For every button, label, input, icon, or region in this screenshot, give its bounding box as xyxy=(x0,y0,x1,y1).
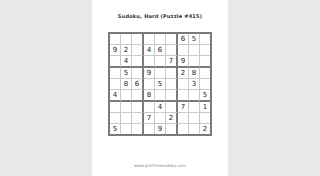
sudoku-cell xyxy=(166,34,178,45)
sudoku-cell xyxy=(189,102,200,113)
sudoku-cell: 9 xyxy=(144,68,155,79)
sudoku-cell: 5 xyxy=(121,68,132,79)
sudoku-board: 6592464795928865348547172592 xyxy=(108,32,212,136)
sudoku-cell xyxy=(121,124,132,134)
sudoku-cell: 8 xyxy=(144,90,155,102)
sudoku-cell xyxy=(200,56,210,68)
sudoku-cell xyxy=(200,113,210,124)
sudoku-cell xyxy=(166,68,178,79)
sudoku-cell xyxy=(144,79,155,90)
sudoku-cell xyxy=(132,90,144,102)
sudoku-cell: 1 xyxy=(200,102,210,113)
footer-url: www.printfreesudoku.com xyxy=(92,163,228,168)
sudoku-cell xyxy=(189,90,200,102)
sudoku-cell: 5 xyxy=(155,79,166,90)
sudoku-cell: 9 xyxy=(110,45,121,56)
sudoku-cell: 4 xyxy=(144,45,155,56)
sudoku-cell xyxy=(155,34,166,45)
sudoku-cell xyxy=(155,68,166,79)
sudoku-cell: 8 xyxy=(189,68,200,79)
sudoku-cell xyxy=(166,45,178,56)
sudoku-cell xyxy=(132,102,144,113)
puzzle-title: Sudoku, Hard (Puzzle #415) xyxy=(92,13,228,19)
sudoku-cell xyxy=(110,113,121,124)
sudoku-cell: 5 xyxy=(189,34,200,45)
sudoku-cell xyxy=(178,124,189,134)
sudoku-cell xyxy=(189,56,200,68)
sudoku-cell xyxy=(155,56,166,68)
sudoku-cell xyxy=(200,68,210,79)
sudoku-cell xyxy=(121,102,132,113)
sudoku-cell xyxy=(144,34,155,45)
sudoku-cell: 2 xyxy=(166,113,178,124)
sudoku-cell xyxy=(166,79,178,90)
sudoku-cell: 6 xyxy=(178,34,189,45)
sudoku-cell: 7 xyxy=(144,113,155,124)
sudoku-cell: 6 xyxy=(155,45,166,56)
sudoku-cell xyxy=(110,34,121,45)
sudoku-cell: 4 xyxy=(121,56,132,68)
sudoku-cell xyxy=(178,90,189,102)
sudoku-cell xyxy=(178,113,189,124)
sudoku-cell: 2 xyxy=(121,45,132,56)
sudoku-cell: 9 xyxy=(178,56,189,68)
sudoku-cell: 8 xyxy=(121,79,132,90)
sudoku-cell xyxy=(166,90,178,102)
sudoku-cell xyxy=(189,124,200,134)
sudoku-cell xyxy=(110,102,121,113)
sudoku-cell: 3 xyxy=(189,79,200,90)
sudoku-cell: 4 xyxy=(110,90,121,102)
sudoku-cell xyxy=(132,124,144,134)
sudoku-cell xyxy=(200,34,210,45)
sudoku-cell xyxy=(189,45,200,56)
sudoku-cell xyxy=(200,45,210,56)
printable-sudoku-page: Sudoku, Hard (Puzzle #415) 6592464795928… xyxy=(92,0,228,176)
sudoku-cell xyxy=(121,90,132,102)
sudoku-cell: 2 xyxy=(178,68,189,79)
sudoku-cell xyxy=(178,45,189,56)
sudoku-cell: 5 xyxy=(200,90,210,102)
sudoku-cell: 2 xyxy=(200,124,210,134)
sudoku-cell: 5 xyxy=(110,124,121,134)
sudoku-cell xyxy=(144,102,155,113)
sudoku-cell xyxy=(166,102,178,113)
sudoku-cell xyxy=(166,124,178,134)
sudoku-cell xyxy=(110,68,121,79)
sudoku-cell xyxy=(178,79,189,90)
sudoku-cell xyxy=(132,113,144,124)
sudoku-cell: 4 xyxy=(155,102,166,113)
sudoku-cell xyxy=(110,56,121,68)
sudoku-cell xyxy=(132,68,144,79)
sudoku-cell xyxy=(121,34,132,45)
sudoku-cell: 9 xyxy=(155,124,166,134)
sudoku-cell xyxy=(132,45,144,56)
sudoku-cell xyxy=(200,79,210,90)
sudoku-cell xyxy=(155,113,166,124)
sudoku-cell xyxy=(155,90,166,102)
sudoku-cell xyxy=(132,56,144,68)
sudoku-cell xyxy=(189,113,200,124)
sudoku-cell xyxy=(144,124,155,134)
sudoku-cell: 7 xyxy=(166,56,178,68)
sudoku-cell: 6 xyxy=(132,79,144,90)
sudoku-cell xyxy=(110,79,121,90)
sudoku-cell: 7 xyxy=(178,102,189,113)
sudoku-cell xyxy=(132,34,144,45)
sudoku-cell xyxy=(121,113,132,124)
sudoku-cell xyxy=(144,56,155,68)
